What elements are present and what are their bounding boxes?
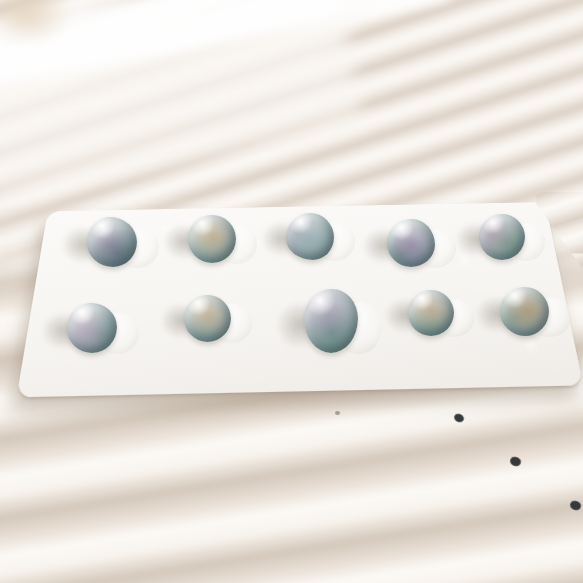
pearl-layer <box>0 0 583 583</box>
pearl-r2c2 <box>184 295 231 342</box>
pearl-r2c4 <box>408 290 454 336</box>
pearl-r1c3 <box>286 213 334 260</box>
pearl-r1c4 <box>387 219 435 267</box>
pearl-r1c1 <box>87 217 137 267</box>
photo-stage <box>0 0 583 583</box>
pearl-r2c5 <box>500 287 549 336</box>
pearl-r2c1 <box>67 303 117 353</box>
pearl-r1c2 <box>188 215 236 263</box>
scene <box>0 0 583 583</box>
pearl-r1c5 <box>479 214 525 260</box>
pearl-r2c3 <box>304 289 358 353</box>
